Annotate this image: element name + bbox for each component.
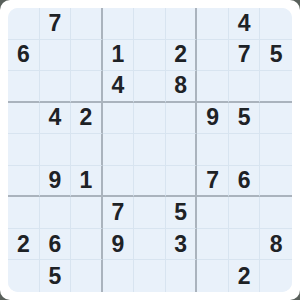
cell-r4c3[interactable]: 2: [71, 103, 103, 135]
cell-r5c9[interactable]: [260, 134, 292, 166]
cell-r9c9[interactable]: [260, 260, 292, 292]
cell-r3c6[interactable]: 8: [166, 71, 198, 103]
sudoku-card: 74612754842959176752693852: [0, 0, 300, 300]
cell-r1c3[interactable]: [71, 8, 103, 40]
given-digit: 8: [270, 233, 283, 256]
given-digit: 4: [112, 74, 125, 97]
given-digit: 5: [238, 106, 251, 129]
cell-r9c8[interactable]: 2: [229, 260, 261, 292]
cell-r6c7[interactable]: 7: [197, 166, 229, 198]
given-digit: 9: [48, 169, 61, 192]
given-digit: 6: [238, 169, 251, 192]
cell-r5c6[interactable]: [166, 134, 198, 166]
cell-r1c9[interactable]: [260, 8, 292, 40]
cell-r2c6[interactable]: 2: [166, 40, 198, 72]
given-digit: 9: [112, 233, 125, 256]
cell-r8c8[interactable]: [229, 229, 261, 261]
cell-r9c7[interactable]: [197, 260, 229, 292]
cell-r3c2[interactable]: [40, 71, 72, 103]
cell-r7c5[interactable]: [134, 197, 166, 229]
given-digit: 5: [174, 201, 187, 224]
given-digit: 7: [206, 169, 219, 192]
given-digit: 6: [17, 43, 30, 66]
cell-r2c9[interactable]: 5: [260, 40, 292, 72]
cell-r5c3[interactable]: [71, 134, 103, 166]
cell-r3c5[interactable]: [134, 71, 166, 103]
cell-r6c3[interactable]: 1: [71, 166, 103, 198]
cell-r3c3[interactable]: [71, 71, 103, 103]
cell-r9c4[interactable]: [103, 260, 135, 292]
cell-r5c4[interactable]: [103, 134, 135, 166]
cell-r7c1[interactable]: [8, 197, 40, 229]
cell-r6c1[interactable]: [8, 166, 40, 198]
given-digit: 3: [174, 233, 187, 256]
given-digit: 5: [48, 265, 61, 288]
given-digit: 7: [238, 43, 251, 66]
cell-r8c7[interactable]: [197, 229, 229, 261]
cell-r1c2[interactable]: 7: [40, 8, 72, 40]
cell-r5c1[interactable]: [8, 134, 40, 166]
cell-r9c5[interactable]: [134, 260, 166, 292]
cell-r9c1[interactable]: [8, 260, 40, 292]
given-digit: 2: [174, 43, 187, 66]
cell-r2c7[interactable]: [197, 40, 229, 72]
cell-r6c9[interactable]: [260, 166, 292, 198]
cell-r3c8[interactable]: [229, 71, 261, 103]
cell-r6c6[interactable]: [166, 166, 198, 198]
cell-r4c5[interactable]: [134, 103, 166, 135]
cell-r2c4[interactable]: 1: [103, 40, 135, 72]
cell-r5c8[interactable]: [229, 134, 261, 166]
cell-r7c7[interactable]: [197, 197, 229, 229]
cell-r2c3[interactable]: [71, 40, 103, 72]
cell-r9c6[interactable]: [166, 260, 198, 292]
cell-r7c3[interactable]: [71, 197, 103, 229]
given-digit: 2: [238, 265, 251, 288]
cell-r3c4[interactable]: 4: [103, 71, 135, 103]
cell-r4c1[interactable]: [8, 103, 40, 135]
cell-r5c5[interactable]: [134, 134, 166, 166]
cell-r8c2[interactable]: 6: [40, 229, 72, 261]
cell-r7c2[interactable]: [40, 197, 72, 229]
given-digit: 2: [17, 233, 30, 256]
cell-r8c6[interactable]: 3: [166, 229, 198, 261]
cell-r4c6[interactable]: [166, 103, 198, 135]
cell-r2c8[interactable]: 7: [229, 40, 261, 72]
cell-r6c5[interactable]: [134, 166, 166, 198]
cell-r6c2[interactable]: 9: [40, 166, 72, 198]
cell-r2c5[interactable]: [134, 40, 166, 72]
given-digit: 2: [79, 106, 92, 129]
given-digit: 7: [48, 12, 61, 35]
cell-r4c2[interactable]: 4: [40, 103, 72, 135]
cell-r2c2[interactable]: [40, 40, 72, 72]
given-digit: 9: [206, 106, 219, 129]
cell-r2c1[interactable]: 6: [8, 40, 40, 72]
cell-r8c5[interactable]: [134, 229, 166, 261]
given-digit: 1: [79, 169, 92, 192]
cell-r8c1[interactable]: 2: [8, 229, 40, 261]
given-digit: 6: [48, 233, 61, 256]
cell-r3c1[interactable]: [8, 71, 40, 103]
cell-r4c9[interactable]: [260, 103, 292, 135]
cell-r7c6[interactable]: 5: [166, 197, 198, 229]
cell-r1c5[interactable]: [134, 8, 166, 40]
cell-r7c9[interactable]: [260, 197, 292, 229]
cell-r1c4[interactable]: [103, 8, 135, 40]
cell-r4c7[interactable]: 9: [197, 103, 229, 135]
given-digit: 7: [112, 201, 125, 224]
cell-r4c8[interactable]: 5: [229, 103, 261, 135]
cell-r1c6[interactable]: [166, 8, 198, 40]
sudoku-board: 74612754842959176752693852: [8, 8, 292, 292]
cell-r6c4[interactable]: [103, 166, 135, 198]
cell-r5c2[interactable]: [40, 134, 72, 166]
cell-r4c4[interactable]: [103, 103, 135, 135]
cell-r7c8[interactable]: [229, 197, 261, 229]
given-digit: 4: [48, 106, 61, 129]
cell-r3c9[interactable]: [260, 71, 292, 103]
cell-r1c8[interactable]: 4: [229, 8, 261, 40]
given-digit: 1: [112, 43, 125, 66]
cell-r9c3[interactable]: [71, 260, 103, 292]
cell-r8c9[interactable]: 8: [260, 229, 292, 261]
cell-r8c4[interactable]: 9: [103, 229, 135, 261]
given-digit: 4: [238, 12, 251, 35]
cell-r3c7[interactable]: [197, 71, 229, 103]
cell-r1c7[interactable]: [197, 8, 229, 40]
cell-r8c3[interactable]: [71, 229, 103, 261]
cell-r6c8[interactable]: 6: [229, 166, 261, 198]
given-digit: 8: [174, 74, 187, 97]
cell-r7c4[interactable]: 7: [103, 197, 135, 229]
cell-r5c7[interactable]: [197, 134, 229, 166]
cell-r1c1[interactable]: [8, 8, 40, 40]
given-digit: 5: [270, 43, 283, 66]
cell-r9c2[interactable]: 5: [40, 260, 72, 292]
